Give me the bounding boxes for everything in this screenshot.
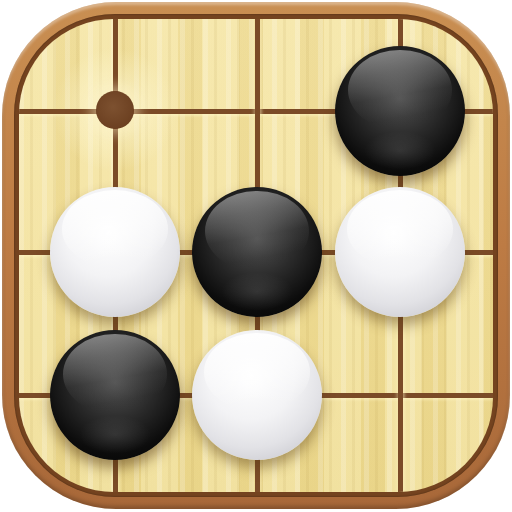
stone-black[interactable] [192, 187, 322, 317]
go-board[interactable] [19, 19, 493, 492]
stone-white[interactable] [335, 187, 465, 317]
star-point-icon [96, 91, 134, 129]
stone-white[interactable] [50, 187, 180, 317]
stone-gloss-highlight [204, 333, 311, 411]
stone-gloss-highlight [347, 190, 454, 268]
stone-black[interactable] [335, 46, 465, 176]
stone-black[interactable] [50, 330, 180, 460]
stone-gloss-highlight [62, 190, 169, 268]
stone-gloss-highlight [63, 334, 167, 415]
app-icon [0, 0, 512, 512]
stone-white[interactable] [192, 330, 322, 460]
stone-gloss-highlight [348, 50, 452, 131]
stone-gloss-highlight [205, 191, 309, 272]
